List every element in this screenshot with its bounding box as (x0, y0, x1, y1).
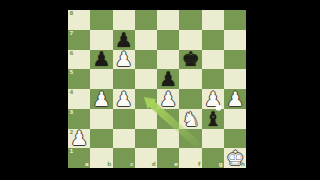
square-g8[interactable] (202, 10, 224, 30)
square-h6[interactable] (224, 50, 246, 70)
piece-white-pawn[interactable]: ♟ (90, 89, 112, 109)
square-a8[interactable]: 8 (68, 10, 90, 30)
piece-black-bishop[interactable]: ♝ (202, 109, 224, 129)
piece-white-pawn[interactable]: ♟ (157, 89, 179, 109)
coord-file-e: e (174, 162, 178, 168)
square-a4[interactable]: 4 (68, 89, 90, 109)
square-h4[interactable]: ♟ (224, 89, 246, 109)
square-b4[interactable]: ♟ (90, 89, 112, 109)
coord-file-a: a (85, 162, 89, 168)
piece-white-knight[interactable]: ♞ (179, 109, 201, 129)
square-b1[interactable]: b (90, 148, 112, 168)
square-e8[interactable] (157, 10, 179, 30)
square-a2[interactable]: 2♟ (68, 129, 90, 149)
square-d1[interactable]: d (135, 148, 157, 168)
square-e1[interactable]: e (157, 148, 179, 168)
square-f2[interactable] (179, 129, 201, 149)
coord-rank-8: 8 (70, 11, 74, 17)
square-f5[interactable] (179, 69, 201, 89)
coord-file-b: b (107, 162, 111, 168)
coord-rank-6: 6 (70, 51, 74, 57)
square-d6[interactable] (135, 50, 157, 70)
square-f1[interactable]: f (179, 148, 201, 168)
coord-rank-3: 3 (70, 110, 74, 116)
coord-file-g: g (219, 162, 223, 168)
piece-white-pawn[interactable]: ♟ (113, 50, 135, 70)
square-a6[interactable]: 6 (68, 50, 90, 70)
square-g2[interactable] (202, 129, 224, 149)
square-f3[interactable]: ♞ (179, 109, 201, 129)
square-g6[interactable] (202, 50, 224, 70)
piece-white-pawn[interactable]: ♟ (68, 129, 90, 149)
square-a7[interactable]: 7 (68, 30, 90, 50)
square-e3[interactable] (157, 109, 179, 129)
square-h1[interactable]: h♚ (224, 148, 246, 168)
square-f8[interactable] (179, 10, 201, 30)
square-c2[interactable] (113, 129, 135, 149)
square-b2[interactable] (90, 129, 112, 149)
coord-file-c: c (130, 162, 133, 168)
chess-board: 87♟6♟♟♚5♟4♟♟♟♟♟3♞♝2♟1abcdefgh♚ (68, 10, 246, 168)
square-h8[interactable] (224, 10, 246, 30)
square-c4[interactable]: ♟ (113, 89, 135, 109)
square-d7[interactable] (135, 30, 157, 50)
square-e2[interactable] (157, 129, 179, 149)
square-a1[interactable]: 1a (68, 148, 90, 168)
piece-white-king[interactable]: ♚ (224, 148, 246, 168)
piece-black-king[interactable]: ♚ (179, 50, 201, 70)
square-g1[interactable]: g (202, 148, 224, 168)
square-b8[interactable] (90, 10, 112, 30)
square-g4[interactable]: ♟ (202, 89, 224, 109)
square-d5[interactable] (135, 69, 157, 89)
square-d8[interactable] (135, 10, 157, 30)
square-d4[interactable] (135, 89, 157, 109)
square-h7[interactable] (224, 30, 246, 50)
square-g3[interactable]: ♝ (202, 109, 224, 129)
square-c8[interactable] (113, 10, 135, 30)
square-b3[interactable] (90, 109, 112, 129)
video-frame: 87♟6♟♟♚5♟4♟♟♟♟♟3♞♝2♟1abcdefgh♚ (0, 0, 320, 180)
square-c3[interactable] (113, 109, 135, 129)
coord-file-d: d (152, 162, 156, 168)
piece-white-pawn[interactable]: ♟ (202, 89, 224, 109)
piece-white-pawn[interactable]: ♟ (224, 89, 246, 109)
coord-rank-1: 1 (70, 149, 74, 155)
square-f6[interactable]: ♚ (179, 50, 201, 70)
square-d2[interactable] (135, 129, 157, 149)
coord-file-f: f (198, 162, 200, 168)
square-a5[interactable]: 5 (68, 69, 90, 89)
coord-rank-4: 4 (70, 90, 74, 96)
coord-rank-7: 7 (70, 31, 74, 37)
piece-black-pawn[interactable]: ♟ (90, 50, 112, 70)
square-c6[interactable]: ♟ (113, 50, 135, 70)
square-g7[interactable] (202, 30, 224, 50)
square-d3[interactable] (135, 109, 157, 129)
square-h3[interactable] (224, 109, 246, 129)
square-f4[interactable] (179, 89, 201, 109)
square-b6[interactable]: ♟ (90, 50, 112, 70)
piece-white-pawn[interactable]: ♟ (113, 89, 135, 109)
square-e7[interactable] (157, 30, 179, 50)
coord-rank-5: 5 (70, 70, 74, 76)
square-e4[interactable]: ♟ (157, 89, 179, 109)
square-c1[interactable]: c (113, 148, 135, 168)
